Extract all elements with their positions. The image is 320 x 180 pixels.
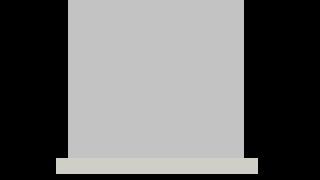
rank-labels-left [68, 8, 76, 152]
file-labels-top [76, 0, 236, 8]
screenshot-canvas [0, 0, 320, 180]
file-labels-bottom [76, 150, 236, 158]
status-panel [56, 158, 258, 174]
board-panel [68, 0, 244, 158]
rank-labels-right [236, 8, 244, 152]
move-line [58, 168, 258, 173]
chess-board[interactable] [76, 8, 236, 152]
